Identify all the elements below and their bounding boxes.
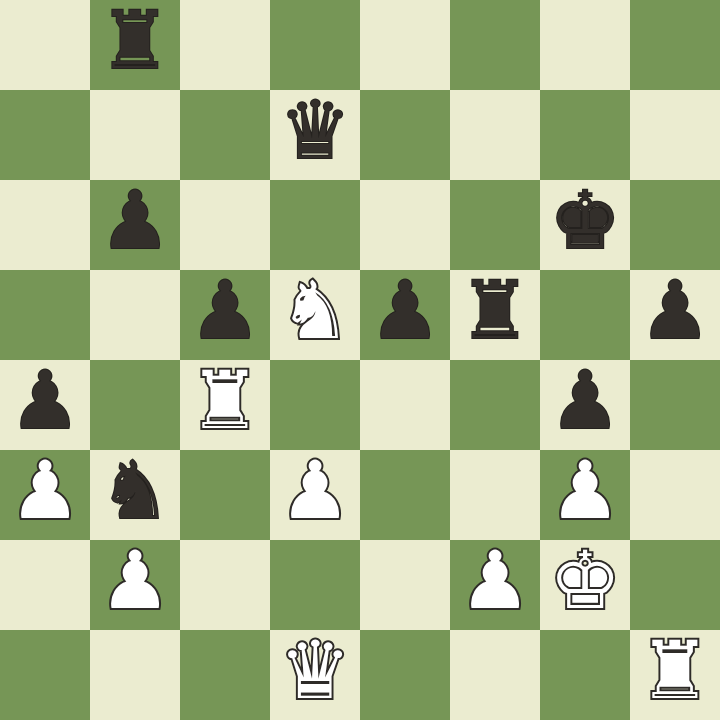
square-a3[interactable]: ♟ (0, 450, 90, 540)
square-c1[interactable] (180, 630, 270, 720)
square-d2[interactable] (270, 540, 360, 630)
piece-black-knight[interactable]: ♞ (99, 451, 171, 531)
square-f1[interactable] (450, 630, 540, 720)
square-g8[interactable] (540, 0, 630, 90)
square-a2[interactable] (0, 540, 90, 630)
square-d4[interactable] (270, 360, 360, 450)
square-f2[interactable]: ♟ (450, 540, 540, 630)
piece-white-knight[interactable]: ♞ (279, 271, 351, 351)
piece-white-queen[interactable]: ♛ (279, 631, 351, 711)
piece-white-rook[interactable]: ♜ (189, 361, 261, 441)
piece-white-pawn[interactable]: ♟ (99, 541, 171, 621)
square-b2[interactable]: ♟ (90, 540, 180, 630)
square-f6[interactable] (450, 180, 540, 270)
square-b6[interactable]: ♟ (90, 180, 180, 270)
square-e1[interactable] (360, 630, 450, 720)
piece-black-pawn[interactable]: ♟ (639, 271, 711, 351)
square-b5[interactable] (90, 270, 180, 360)
square-d5[interactable]: ♞ (270, 270, 360, 360)
piece-black-pawn[interactable]: ♟ (369, 271, 441, 351)
square-f3[interactable] (450, 450, 540, 540)
piece-black-pawn[interactable]: ♟ (549, 361, 621, 441)
square-b7[interactable] (90, 90, 180, 180)
square-d3[interactable]: ♟ (270, 450, 360, 540)
square-c8[interactable] (180, 0, 270, 90)
piece-white-pawn[interactable]: ♟ (279, 451, 351, 531)
piece-white-pawn[interactable]: ♟ (9, 451, 81, 531)
square-h3[interactable] (630, 450, 720, 540)
square-h4[interactable] (630, 360, 720, 450)
square-e7[interactable] (360, 90, 450, 180)
square-e8[interactable] (360, 0, 450, 90)
square-c7[interactable] (180, 90, 270, 180)
square-d7[interactable]: ♛ (270, 90, 360, 180)
square-g1[interactable] (540, 630, 630, 720)
square-h7[interactable] (630, 90, 720, 180)
square-h2[interactable] (630, 540, 720, 630)
square-g5[interactable] (540, 270, 630, 360)
square-a1[interactable] (0, 630, 90, 720)
piece-black-rook[interactable]: ♜ (99, 1, 171, 81)
square-a6[interactable] (0, 180, 90, 270)
piece-white-pawn[interactable]: ♟ (459, 541, 531, 621)
square-g3[interactable]: ♟ (540, 450, 630, 540)
square-h5[interactable]: ♟ (630, 270, 720, 360)
square-b3[interactable]: ♞ (90, 450, 180, 540)
square-e2[interactable] (360, 540, 450, 630)
square-b1[interactable] (90, 630, 180, 720)
square-a7[interactable] (0, 90, 90, 180)
square-e4[interactable] (360, 360, 450, 450)
square-g4[interactable]: ♟ (540, 360, 630, 450)
square-a8[interactable] (0, 0, 90, 90)
square-b8[interactable]: ♜ (90, 0, 180, 90)
square-g6[interactable]: ♚ (540, 180, 630, 270)
square-g7[interactable] (540, 90, 630, 180)
chess-board: ♜♛♟♚♟♞♟♜♟♟♜♟♟♞♟♟♟♟♚♛♜ (0, 0, 720, 720)
square-h8[interactable] (630, 0, 720, 90)
piece-white-king[interactable]: ♚ (549, 541, 621, 621)
square-c4[interactable]: ♜ (180, 360, 270, 450)
square-d8[interactable] (270, 0, 360, 90)
square-d1[interactable]: ♛ (270, 630, 360, 720)
square-f5[interactable]: ♜ (450, 270, 540, 360)
piece-black-pawn[interactable]: ♟ (9, 361, 81, 441)
square-a4[interactable]: ♟ (0, 360, 90, 450)
square-e3[interactable] (360, 450, 450, 540)
square-a5[interactable] (0, 270, 90, 360)
piece-black-pawn[interactable]: ♟ (189, 271, 261, 351)
square-b4[interactable] (90, 360, 180, 450)
piece-black-king[interactable]: ♚ (549, 181, 621, 261)
square-d6[interactable] (270, 180, 360, 270)
square-e5[interactable]: ♟ (360, 270, 450, 360)
square-c2[interactable] (180, 540, 270, 630)
square-c5[interactable]: ♟ (180, 270, 270, 360)
piece-black-rook[interactable]: ♜ (459, 271, 531, 351)
square-c6[interactable] (180, 180, 270, 270)
square-e6[interactable] (360, 180, 450, 270)
piece-white-pawn[interactable]: ♟ (549, 451, 621, 531)
square-h6[interactable] (630, 180, 720, 270)
square-f8[interactable] (450, 0, 540, 90)
square-h1[interactable]: ♜ (630, 630, 720, 720)
square-f4[interactable] (450, 360, 540, 450)
square-f7[interactable] (450, 90, 540, 180)
piece-black-pawn[interactable]: ♟ (99, 181, 171, 261)
piece-white-rook[interactable]: ♜ (639, 631, 711, 711)
square-c3[interactable] (180, 450, 270, 540)
piece-black-queen[interactable]: ♛ (279, 91, 351, 171)
square-g2[interactable]: ♚ (540, 540, 630, 630)
